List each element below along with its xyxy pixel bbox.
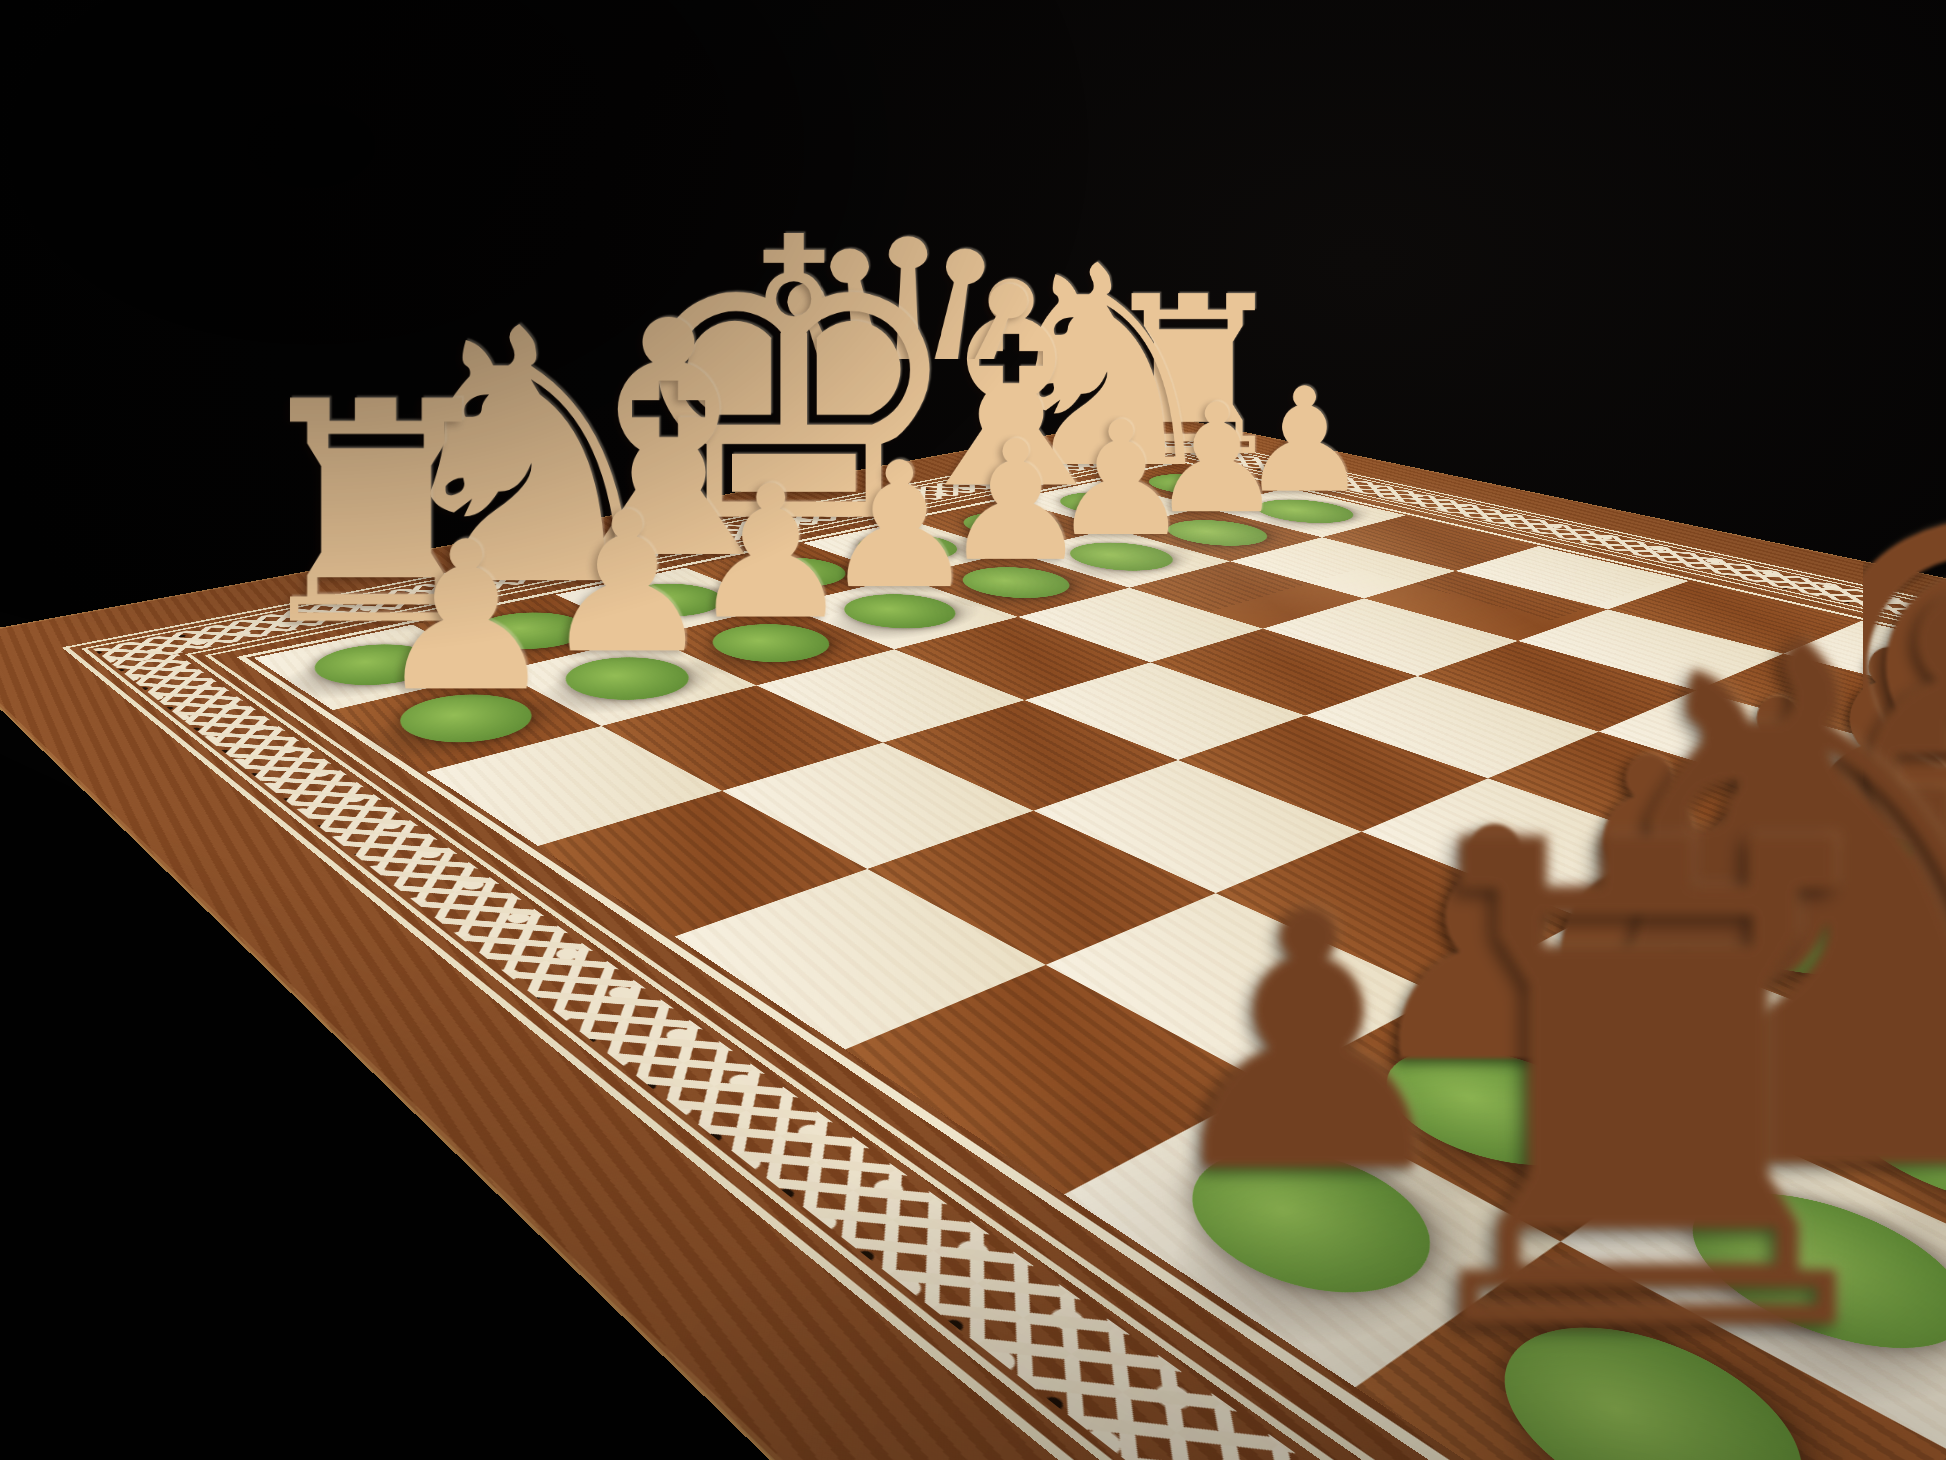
scene-3d: ♜♞♟♝♟♛♟♚♟♝♟♞♟♜♟♟♟♟♜♟♞♟♝♟♛♟♚♟♝♟♞♜	[0, 0, 1946, 1460]
chess-table-photo: ♜♞♟♝♟♛♟♚♟♝♟♞♟♜♟♟♟♟♜♟♞♟♝♟♛♟♚♟♝♟♞♜	[0, 0, 1946, 1460]
